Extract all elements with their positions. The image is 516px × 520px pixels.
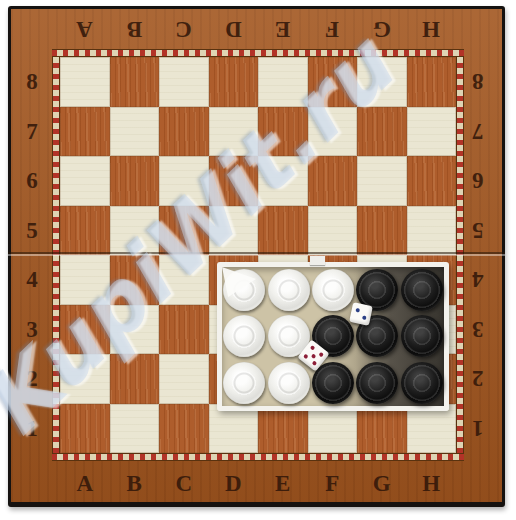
checker-black [312,362,354,404]
square-f7 [308,107,358,157]
checker-black [401,315,443,357]
checker-black [356,362,398,404]
rank-label-left-8: 8 [26,70,38,93]
square-b1 [110,404,160,454]
file-labels-top: ABCDEFGH [60,13,456,45]
square-g7 [357,107,407,157]
rank-label-right-1: 1 [472,417,484,440]
file-label-top-g: G [373,18,391,41]
square-a1 [60,404,110,454]
file-label-top-d: D [225,18,242,41]
square-a5 [60,206,110,256]
square-h7 [407,107,457,157]
dash-border-bottom [52,453,464,461]
square-b8 [110,57,160,107]
square-c8 [159,57,209,107]
file-label-top-a: A [76,18,93,41]
file-label-bottom-c: C [175,472,192,495]
rank-label-right-7: 7 [472,120,484,143]
checker-white [223,362,265,404]
square-c5 [159,206,209,256]
file-label-bottom-b: B [127,472,142,495]
file-label-bottom-h: H [422,472,440,495]
rank-label-left-5: 5 [26,219,38,242]
square-c4 [159,255,209,305]
square-b7 [110,107,160,157]
die-pip [303,354,309,360]
file-label-top-h: H [422,18,440,41]
product-photo: { "game": "checkers", "board_type": "fol… [0,0,516,520]
die-pip [361,315,366,320]
square-h8 [407,57,457,107]
square-b3 [110,305,160,355]
square-h6 [407,156,457,206]
tray-cell [400,267,444,313]
rank-label-right-4: 4 [472,268,484,291]
square-f8 [308,57,358,107]
rank-label-left-7: 7 [26,120,38,143]
tray-cell [266,267,310,313]
die-face-2 [349,302,373,326]
square-c2 [159,354,209,404]
square-f6 [308,156,358,206]
rank-label-left-2: 2 [26,367,38,390]
rank-label-left-6: 6 [26,169,38,192]
checker-black [401,269,443,311]
square-e7 [258,107,308,157]
square-a8 [60,57,110,107]
checker-white [223,315,265,357]
tray-grid [222,267,444,406]
square-c3 [159,305,209,355]
die-pip [319,352,325,358]
square-e5 [258,206,308,256]
square-f5 [308,206,358,256]
file-label-top-f: F [325,18,339,41]
checker-white [268,269,310,311]
rank-label-left-4: 4 [26,268,38,291]
file-label-top-e: E [275,18,290,41]
rank-label-left-1: 1 [26,417,38,440]
tray-cell [266,360,310,406]
rank-label-right-5: 5 [472,219,484,242]
file-label-top-b: B [127,18,142,41]
file-label-bottom-g: G [373,472,391,495]
tray-cell [311,267,355,313]
rank-label-right-2: 2 [472,367,484,390]
square-e8 [258,57,308,107]
square-b4 [110,255,160,305]
square-a6 [60,156,110,206]
game-board: ABCDEFGH ABCDEFGH 87654321 87654321 [8,6,505,507]
checker-white [268,362,310,404]
box-tab [310,256,325,265]
square-g8 [357,57,407,107]
square-c6 [159,156,209,206]
die-pip [356,308,361,313]
checker-white [312,269,354,311]
square-h5 [407,206,457,256]
tray-cell [222,360,266,406]
checker-black [401,362,443,404]
tray-cell [400,313,444,359]
square-a3 [60,305,110,355]
file-label-bottom-f: F [325,472,339,495]
file-label-bottom-a: A [76,472,93,495]
square-a2 [60,354,110,404]
file-label-top-c: C [175,18,192,41]
tray-cell [400,360,444,406]
square-g5 [357,206,407,256]
square-d8 [209,57,259,107]
file-labels-bottom: ABCDEFGH [60,465,456,501]
square-b6 [110,156,160,206]
square-b5 [110,206,160,256]
rank-label-left-3: 3 [26,318,38,341]
pieces-tray-box [217,262,449,411]
square-d6 [209,156,259,206]
rank-label-right-8: 8 [472,70,484,93]
square-e6 [258,156,308,206]
dash-border-top [52,49,464,57]
square-d5 [209,206,259,256]
rank-label-right-3: 3 [472,318,484,341]
tray-cell [222,313,266,359]
square-a4 [60,255,110,305]
file-label-bottom-d: D [225,472,242,495]
file-label-bottom-e: E [275,472,290,495]
die-pip [310,345,316,351]
fold-seam [8,252,505,256]
square-c7 [159,107,209,157]
square-a7 [60,107,110,157]
square-d7 [209,107,259,157]
die-pip [311,353,317,359]
square-g6 [357,156,407,206]
rank-label-right-6: 6 [472,169,484,192]
square-b2 [110,354,160,404]
die-pip [312,361,318,367]
square-c1 [159,404,209,454]
tray-cell [355,360,399,406]
